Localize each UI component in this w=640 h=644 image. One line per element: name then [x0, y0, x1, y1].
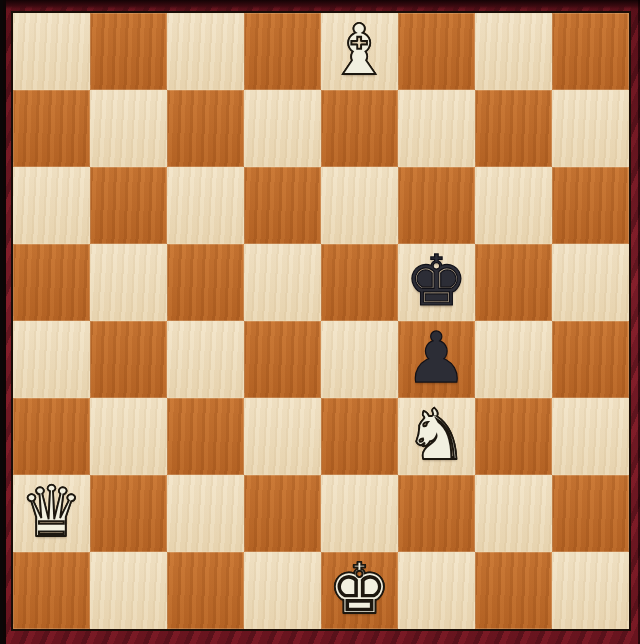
square-d8[interactable] [244, 13, 321, 90]
black-king[interactable]: ♚ [398, 244, 475, 321]
square-a3[interactable] [13, 398, 90, 475]
square-a8[interactable] [13, 13, 90, 90]
square-g1[interactable] [475, 552, 552, 629]
square-f6[interactable] [398, 167, 475, 244]
square-g6[interactable] [475, 167, 552, 244]
square-h4[interactable] [552, 321, 629, 398]
square-e4[interactable] [321, 321, 398, 398]
square-d7[interactable] [244, 90, 321, 167]
square-c1[interactable] [167, 552, 244, 629]
square-f7[interactable] [398, 90, 475, 167]
square-f3[interactable]: ♞ [398, 398, 475, 475]
square-b5[interactable] [90, 244, 167, 321]
square-a4[interactable] [13, 321, 90, 398]
square-c4[interactable] [167, 321, 244, 398]
square-a1[interactable] [13, 552, 90, 629]
square-d6[interactable] [244, 167, 321, 244]
frame-left-edge [3, 0, 6, 644]
square-e2[interactable] [321, 475, 398, 552]
black-pawn[interactable]: ♟ [398, 321, 475, 398]
square-a7[interactable] [13, 90, 90, 167]
square-h3[interactable] [552, 398, 629, 475]
square-h6[interactable] [552, 167, 629, 244]
square-f5[interactable]: ♚ [398, 244, 475, 321]
square-d5[interactable] [244, 244, 321, 321]
square-g8[interactable] [475, 13, 552, 90]
square-g3[interactable] [475, 398, 552, 475]
square-b2[interactable] [90, 475, 167, 552]
square-b7[interactable] [90, 90, 167, 167]
square-g7[interactable] [475, 90, 552, 167]
white-bishop[interactable]: ♝ [321, 13, 398, 90]
square-b8[interactable] [90, 13, 167, 90]
square-f2[interactable] [398, 475, 475, 552]
square-c8[interactable] [167, 13, 244, 90]
square-f8[interactable] [398, 13, 475, 90]
square-b4[interactable] [90, 321, 167, 398]
white-knight[interactable]: ♞ [398, 398, 475, 475]
square-c2[interactable] [167, 475, 244, 552]
frame-top-shade [3, 0, 640, 9]
square-b1[interactable] [90, 552, 167, 629]
square-b3[interactable] [90, 398, 167, 475]
square-a6[interactable] [13, 167, 90, 244]
square-g4[interactable] [475, 321, 552, 398]
square-e5[interactable] [321, 244, 398, 321]
square-h8[interactable] [552, 13, 629, 90]
square-f4[interactable]: ♟ [398, 321, 475, 398]
chess-board: ♝♚♟♞♛♚ [13, 13, 629, 629]
square-h7[interactable] [552, 90, 629, 167]
chess-diagram: ♝♚♟♞♛♚ [0, 0, 640, 644]
square-h5[interactable] [552, 244, 629, 321]
square-c3[interactable] [167, 398, 244, 475]
square-e1[interactable]: ♚ [321, 552, 398, 629]
square-c5[interactable] [167, 244, 244, 321]
square-a2[interactable]: ♛ [13, 475, 90, 552]
square-e6[interactable] [321, 167, 398, 244]
square-c7[interactable] [167, 90, 244, 167]
square-e3[interactable] [321, 398, 398, 475]
square-e7[interactable] [321, 90, 398, 167]
square-e8[interactable]: ♝ [321, 13, 398, 90]
square-b6[interactable] [90, 167, 167, 244]
square-h2[interactable] [552, 475, 629, 552]
square-g5[interactable] [475, 244, 552, 321]
square-d4[interactable] [244, 321, 321, 398]
white-queen[interactable]: ♛ [13, 475, 90, 552]
square-c6[interactable] [167, 167, 244, 244]
square-g2[interactable] [475, 475, 552, 552]
square-a5[interactable] [13, 244, 90, 321]
square-f1[interactable] [398, 552, 475, 629]
square-d1[interactable] [244, 552, 321, 629]
square-d3[interactable] [244, 398, 321, 475]
square-h1[interactable] [552, 552, 629, 629]
white-king[interactable]: ♚ [321, 552, 398, 629]
square-d2[interactable] [244, 475, 321, 552]
